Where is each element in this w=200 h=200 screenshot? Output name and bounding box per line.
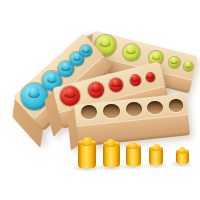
- product-photo-montessori-cylinder-blocks: [0, 0, 200, 200]
- yellow-cylinder-1-body: [78, 143, 96, 168]
- socket-hole-5: [169, 99, 184, 111]
- yellow-green-cylinder-2-knob: [127, 45, 135, 53]
- yellow-green-cylinder-1-knob: [101, 37, 110, 46]
- blue-cylinder-1-knob: [29, 87, 39, 97]
- red-cylinder-1-knob: [66, 88, 75, 97]
- yellow-cylinder-1-knob-ball: [83, 137, 92, 146]
- socket-hole-4: [147, 101, 163, 114]
- yellow-green-cylinder-5-knob: [185, 61, 191, 67]
- blue-cylinder-5-knob: [83, 46, 89, 52]
- socket-hole-3: [126, 102, 142, 116]
- socket-hole-2: [103, 104, 119, 118]
- red-cylinder-2-knob: [92, 83, 100, 91]
- blue-cylinder-3-knob: [62, 62, 70, 70]
- yellow-cylinder-4-knob-ball: [153, 144, 160, 151]
- yellow-green-cylinder-3-knob: [153, 52, 160, 59]
- blue-cylinder-4-knob: [74, 53, 81, 60]
- blue-cylinder-2-knob: [48, 73, 57, 82]
- yellow-cylinder-5-knob-ball: [179, 147, 186, 154]
- yellow-cylinder-3-knob-ball: [129, 142, 137, 150]
- red-cylinder-3-knob: [112, 79, 120, 87]
- red-cylinder-5-knob: [147, 72, 153, 78]
- socket-hole-1: [81, 105, 97, 119]
